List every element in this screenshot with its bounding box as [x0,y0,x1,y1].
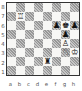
square-h6[interactable]: ♟ [70,21,79,30]
square-h1[interactable] [70,66,79,75]
square-g7[interactable] [61,12,70,21]
square-g1[interactable] [61,66,70,75]
square-h3[interactable]: ♔ [70,48,79,57]
square-b4[interactable] [16,39,25,48]
square-b1[interactable] [16,66,25,75]
square-a4[interactable] [7,39,16,48]
square-d8[interactable] [34,3,43,12]
square-a2[interactable] [7,57,16,66]
rank-label-3: 3 [0,49,5,57]
square-f2[interactable] [52,57,61,66]
square-c2[interactable] [25,57,34,66]
square-a1[interactable] [7,66,16,75]
rank-label-2: 2 [0,58,5,66]
square-h7[interactable] [70,12,79,21]
chess-diagram: 87654321 ♖♟♚♟♟♙♘♔♜ abcdefgh [0,0,82,91]
square-e2[interactable]: ♜ [43,57,52,66]
square-b8[interactable] [16,3,25,12]
square-f8[interactable] [52,3,61,12]
square-b2[interactable] [16,57,25,66]
square-e5[interactable] [43,30,52,39]
square-d3[interactable] [34,48,43,57]
chess-board: ♖♟♚♟♟♙♘♔♜ [6,2,80,76]
square-b7[interactable]: ♖ [16,12,25,21]
square-f5[interactable] [52,30,61,39]
square-f6[interactable]: ♟ [52,21,61,30]
square-g3[interactable]: ♘ [61,48,70,57]
square-d5[interactable] [34,30,43,39]
square-a8[interactable] [7,3,16,12]
square-b5[interactable] [16,30,25,39]
white-pawn: ♙ [62,39,70,48]
file-label-f: f [51,80,59,89]
square-g6[interactable]: ♚ [61,21,70,30]
square-e1[interactable] [43,66,52,75]
square-d4[interactable] [34,39,43,48]
white-rook: ♖ [17,12,25,21]
square-g5[interactable]: ♟ [61,30,70,39]
square-e4[interactable] [43,39,52,48]
rank-label-7: 7 [0,12,5,20]
square-h5[interactable] [70,30,79,39]
square-a5[interactable] [7,30,16,39]
rank-label-5: 5 [0,30,5,38]
square-a3[interactable] [7,48,16,57]
square-e6[interactable] [43,21,52,30]
square-d1[interactable] [34,66,43,75]
square-e8[interactable] [43,3,52,12]
square-c4[interactable] [25,39,34,48]
square-e3[interactable] [43,48,52,57]
black-king: ♚ [62,21,70,30]
file-label-h: h [69,80,77,89]
rank-label-4: 4 [0,39,5,47]
rank-label-8: 8 [0,2,5,10]
white-knight: ♘ [62,48,70,57]
square-f4[interactable] [52,39,61,48]
square-e7[interactable] [43,12,52,21]
square-h2[interactable] [70,57,79,66]
file-labels: abcdefgh [6,79,80,89]
square-d6[interactable] [34,21,43,30]
square-d2[interactable] [34,57,43,66]
white-king: ♔ [71,48,79,57]
square-c5[interactable] [25,30,34,39]
black-pawn: ♟ [53,21,61,30]
file-label-a: a [6,80,14,89]
square-f1[interactable] [52,66,61,75]
file-label-b: b [15,80,23,89]
square-a6[interactable] [7,21,16,30]
square-g4[interactable]: ♙ [61,39,70,48]
black-pawn: ♟ [71,21,79,30]
square-c3[interactable] [25,48,34,57]
square-g2[interactable] [61,57,70,66]
file-label-g: g [60,80,68,89]
square-c7[interactable] [25,12,34,21]
black-rook: ♜ [44,57,52,66]
file-label-e: e [42,80,50,89]
file-label-c: c [24,80,32,89]
square-c8[interactable] [25,3,34,12]
square-b6[interactable] [16,21,25,30]
square-a7[interactable] [7,12,16,21]
square-g8[interactable] [61,3,70,12]
file-label-d: d [33,80,41,89]
square-h4[interactable] [70,39,79,48]
square-d7[interactable] [34,12,43,21]
square-b3[interactable] [16,48,25,57]
square-f7[interactable] [52,12,61,21]
black-pawn: ♟ [62,30,70,39]
square-h8[interactable] [70,3,79,12]
rank-label-1: 1 [0,67,5,75]
square-f3[interactable] [52,48,61,57]
square-c6[interactable] [25,21,34,30]
rank-label-6: 6 [0,21,5,29]
square-c1[interactable] [25,66,34,75]
